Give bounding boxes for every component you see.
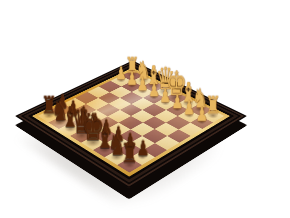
chess-board: ♜♞♝♛♚♝♞♜♟♟♟♟♟♟♟♟♟♟♟♟♟♟♟♟♜♞♝♛♚♝♞♜ <box>15 60 247 188</box>
light-pawn-glyph: ♟ <box>137 75 148 93</box>
chess-set-photo: ♜♞♝♛♚♝♞♜♟♟♟♟♟♟♟♟♟♟♟♟♟♟♟♟♜♞♝♛♚♝♞♜ <box>0 0 290 218</box>
light-pawn-glyph: ♟ <box>171 92 183 111</box>
board-frame: ♜♞♝♛♚♝♞♜♟♟♟♟♟♟♟♟♟♟♟♟♟♟♟♟♜♞♝♛♚♝♞♜ <box>15 60 247 188</box>
board-stage: ♜♞♝♛♚♝♞♜♟♟♟♟♟♟♟♟♟♟♟♟♟♟♟♟♜♞♝♛♚♝♞♜ <box>0 0 290 218</box>
light-pawn-glyph: ♟ <box>116 65 127 83</box>
dark-rook-glyph: ♜ <box>121 140 138 167</box>
light-pawn-glyph: ♟ <box>183 98 195 117</box>
light-pawn-glyph: ♟ <box>196 105 208 124</box>
light-pawn-glyph: ♟ <box>160 87 172 106</box>
light-pawn-glyph: ♟ <box>126 70 137 88</box>
light-pawn-glyph: ♟ <box>148 81 159 99</box>
